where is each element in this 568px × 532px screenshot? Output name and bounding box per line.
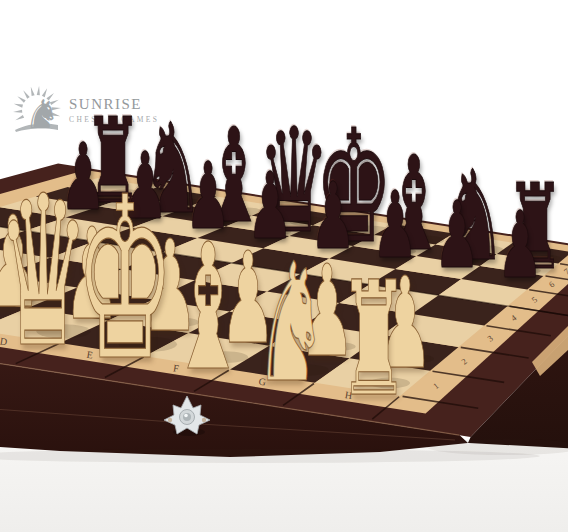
logo-knight-glyph: ♞ [24,91,60,136]
piece-white-rook[interactable]: ♜ [374,386,516,532]
pieces-layer: ♜♞♝♛♚♝♞♜♟♟♟♟♟♟♟♟♟♟♟♟♟♟♟♟♜♞♝♛♚♝♞♜ [0,0,568,532]
sun-ray [13,110,22,113]
piece-black-pawn[interactable]: ♟ [520,274,568,366]
sun-ray [14,104,23,108]
sunrise-knight-icon: ♞ [10,84,64,136]
sun-ray [15,115,24,120]
scene: ABCDEFGH12345678 ♜♞♝♛♚♝♞♜♟♟♟♟♟♟♟♟♟♟♟♟♟♟♟… [0,0,568,532]
